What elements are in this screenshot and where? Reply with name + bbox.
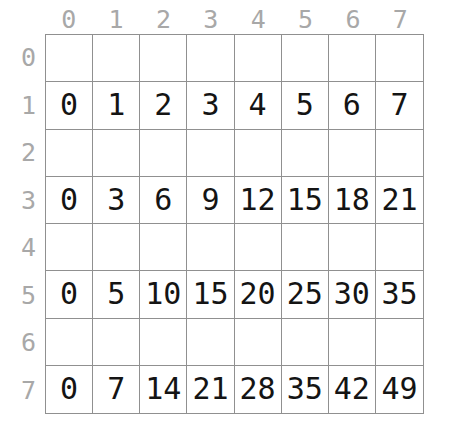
cell-r1-c2: 2 (140, 82, 187, 129)
cell-r4-c7 (376, 224, 423, 271)
row-label-5: 5 (0, 272, 45, 320)
cell-r3-c4: 12 (235, 177, 282, 224)
cell-r5-c7: 35 (376, 271, 423, 318)
cell-r1-c1: 1 (93, 82, 140, 129)
cell-r1-c7: 7 (376, 82, 423, 129)
cell-r1-c5: 5 (282, 82, 329, 129)
cell-r2-c0 (46, 130, 93, 177)
cell-r3-c6: 18 (329, 177, 376, 224)
cell-r3-c1: 3 (93, 177, 140, 224)
col-label-7: 7 (377, 0, 424, 34)
col-label-6: 6 (329, 0, 376, 34)
cell-r3-c7: 21 (376, 177, 423, 224)
cell-r6-c6 (329, 319, 376, 366)
cell-r7-c2: 14 (140, 366, 187, 413)
cell-r3-c0: 0 (46, 177, 93, 224)
cell-r2-c4 (235, 130, 282, 177)
cell-r6-c0 (46, 319, 93, 366)
cell-r4-c5 (282, 224, 329, 271)
cell-r7-c3: 21 (187, 366, 234, 413)
cell-r3-c2: 6 (140, 177, 187, 224)
grid-board: 0123456703691215182105101520253035071421… (45, 34, 424, 414)
cell-r4-c6 (329, 224, 376, 271)
cell-r6-c5 (282, 319, 329, 366)
cell-r1-c3: 3 (187, 82, 234, 129)
cell-r7-c5: 35 (282, 366, 329, 413)
cell-r5-c5: 25 (282, 271, 329, 318)
cell-r0-c7 (376, 35, 423, 82)
cell-r7-c6: 42 (329, 366, 376, 413)
row-label-7: 7 (0, 367, 45, 415)
cell-r5-c4: 20 (235, 271, 282, 318)
cell-r0-c2 (140, 35, 187, 82)
cell-r0-c3 (187, 35, 234, 82)
cell-r6-c7 (376, 319, 423, 366)
cell-r2-c2 (140, 130, 187, 177)
cell-r5-c0: 0 (46, 271, 93, 318)
col-label-3: 3 (187, 0, 234, 34)
col-label-5: 5 (282, 0, 329, 34)
cell-r3-c5: 15 (282, 177, 329, 224)
cell-r5-c6: 30 (329, 271, 376, 318)
cell-r6-c3 (187, 319, 234, 366)
cell-r4-c4 (235, 224, 282, 271)
cell-r0-c5 (282, 35, 329, 82)
cell-r4-c0 (46, 224, 93, 271)
cell-r0-c4 (235, 35, 282, 82)
cell-r5-c2: 10 (140, 271, 187, 318)
cell-r7-c0: 0 (46, 366, 93, 413)
cell-r7-c1: 7 (93, 366, 140, 413)
row-label-2: 2 (0, 129, 45, 177)
cell-r4-c1 (93, 224, 140, 271)
column-labels: 01234567 (45, 0, 424, 34)
cell-r1-c4: 4 (235, 82, 282, 129)
cell-r3-c3: 9 (187, 177, 234, 224)
row-label-6: 6 (0, 319, 45, 367)
row-labels: 01234567 (0, 34, 45, 414)
cell-r6-c1 (93, 319, 140, 366)
cell-r0-c6 (329, 35, 376, 82)
cell-r0-c0 (46, 35, 93, 82)
multiplication-grid: 01234567 01234567 0123456703691215182105… (0, 0, 455, 414)
cell-r0-c1 (93, 35, 140, 82)
cell-r4-c2 (140, 224, 187, 271)
corner-spacer (0, 0, 45, 34)
cell-r7-c7: 49 (376, 366, 423, 413)
cell-r2-c1 (93, 130, 140, 177)
cell-r2-c7 (376, 130, 423, 177)
cell-r2-c6 (329, 130, 376, 177)
cell-r7-c4: 28 (235, 366, 282, 413)
cell-r1-c6: 6 (329, 82, 376, 129)
cell-r2-c5 (282, 130, 329, 177)
cell-r5-c1: 5 (93, 271, 140, 318)
col-label-4: 4 (235, 0, 282, 34)
cell-r2-c3 (187, 130, 234, 177)
cell-r5-c3: 15 (187, 271, 234, 318)
cell-r4-c3 (187, 224, 234, 271)
col-label-1: 1 (92, 0, 139, 34)
cell-r1-c0: 0 (46, 82, 93, 129)
row-label-0: 0 (0, 34, 45, 82)
row-label-4: 4 (0, 224, 45, 272)
cell-r6-c4 (235, 319, 282, 366)
col-label-0: 0 (45, 0, 92, 34)
row-label-3: 3 (0, 177, 45, 225)
row-label-1: 1 (0, 82, 45, 130)
cell-r6-c2 (140, 319, 187, 366)
col-label-2: 2 (140, 0, 187, 34)
